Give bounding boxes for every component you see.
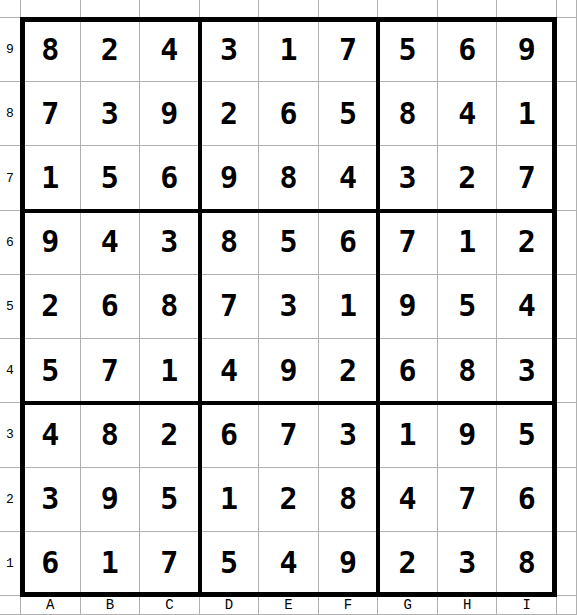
cell-H4[interactable]: 8 [438,339,498,403]
cell-C9[interactable]: 4 [140,18,200,82]
cell-B8[interactable]: 3 [81,82,141,146]
margin-cell [557,275,577,339]
cell-D1[interactable]: 5 [200,532,260,596]
cell-A9[interactable]: 8 [21,18,81,82]
cell-H3[interactable]: 9 [438,403,498,467]
col-label-C: C [140,596,200,615]
margin-cell [81,0,141,18]
cell-F1[interactable]: 9 [319,532,379,596]
col-label-H: H [438,596,498,615]
margin-cell [557,468,577,532]
col-label-I: I [497,596,557,615]
cell-I9[interactable]: 9 [497,18,557,82]
margin-cell [557,146,577,210]
cell-D2[interactable]: 1 [200,468,260,532]
margin-cell [557,403,577,467]
cell-B7[interactable]: 5 [81,146,141,210]
margin-cell [438,0,498,18]
margin-cell [0,0,21,18]
cell-A2[interactable]: 3 [21,468,81,532]
col-label-B: B [81,596,141,615]
cell-B6[interactable]: 4 [81,211,141,275]
margin-cell [557,596,577,615]
cell-A7[interactable]: 1 [21,146,81,210]
cell-B4[interactable]: 7 [81,339,141,403]
row-label-7: 7 [0,146,21,210]
row-label-9: 9 [0,18,21,82]
cell-H2[interactable]: 7 [438,468,498,532]
cell-G8[interactable]: 8 [378,82,438,146]
row-label-5: 5 [0,275,21,339]
cell-F9[interactable]: 7 [319,18,379,82]
margin-cell [140,0,200,18]
margin-cell [557,18,577,82]
cell-H7[interactable]: 2 [438,146,498,210]
cell-G5[interactable]: 9 [378,275,438,339]
cell-D9[interactable]: 3 [200,18,260,82]
cell-G4[interactable]: 6 [378,339,438,403]
cell-D4[interactable]: 4 [200,339,260,403]
margin-cell [259,0,319,18]
cell-I6[interactable]: 2 [497,211,557,275]
cell-E1[interactable]: 4 [259,532,319,596]
cell-G3[interactable]: 1 [378,403,438,467]
cell-G7[interactable]: 3 [378,146,438,210]
cell-G9[interactable]: 5 [378,18,438,82]
cell-F2[interactable]: 8 [319,468,379,532]
margin-cell [319,0,379,18]
cell-F8[interactable]: 5 [319,82,379,146]
cell-C5[interactable]: 8 [140,275,200,339]
cell-F5[interactable]: 1 [319,275,379,339]
cell-E4[interactable]: 9 [259,339,319,403]
cell-D3[interactable]: 6 [200,403,260,467]
cell-D6[interactable]: 8 [200,211,260,275]
cell-E7[interactable]: 8 [259,146,319,210]
cell-H1[interactable]: 3 [438,532,498,596]
cell-I2[interactable]: 6 [497,468,557,532]
margin-cell [378,0,438,18]
cell-B9[interactable]: 2 [81,18,141,82]
cell-B3[interactable]: 8 [81,403,141,467]
cell-A8[interactable]: 7 [21,82,81,146]
cell-I1[interactable]: 8 [497,532,557,596]
cell-I5[interactable]: 4 [497,275,557,339]
cell-C1[interactable]: 7 [140,532,200,596]
margin-cell [557,82,577,146]
cell-A1[interactable]: 6 [21,532,81,596]
margin-cell [557,339,577,403]
cell-C3[interactable]: 2 [140,403,200,467]
cell-C2[interactable]: 5 [140,468,200,532]
cell-G2[interactable]: 4 [378,468,438,532]
col-label-A: A [21,596,81,615]
margin-cell [497,0,557,18]
cell-A4[interactable]: 5 [21,339,81,403]
cell-I7[interactable]: 7 [497,146,557,210]
cell-G6[interactable]: 7 [378,211,438,275]
cell-C7[interactable]: 6 [140,146,200,210]
cell-E2[interactable]: 2 [259,468,319,532]
cell-A6[interactable]: 9 [21,211,81,275]
row-label-3: 3 [0,403,21,467]
sudoku-board-screen: 9824317569873926584171569843276943856712… [0,0,577,615]
col-label-G: G [378,596,438,615]
margin-cell [0,596,21,615]
cell-B5[interactable]: 6 [81,275,141,339]
row-label-2: 2 [0,468,21,532]
cell-H8[interactable]: 4 [438,82,498,146]
cell-A3[interactable]: 4 [21,403,81,467]
cell-A5[interactable]: 2 [21,275,81,339]
margin-cell [200,0,260,18]
cell-B2[interactable]: 9 [81,468,141,532]
cell-D5[interactable]: 7 [200,275,260,339]
cell-E3[interactable]: 7 [259,403,319,467]
cell-E5[interactable]: 3 [259,275,319,339]
cell-H9[interactable]: 6 [438,18,498,82]
cell-E9[interactable]: 1 [259,18,319,82]
row-label-6: 6 [0,211,21,275]
cell-E6[interactable]: 5 [259,211,319,275]
row-label-1: 1 [0,532,21,596]
margin-cell [557,0,577,18]
cell-D8[interactable]: 2 [200,82,260,146]
cell-F6[interactable]: 6 [319,211,379,275]
margin-cell [21,0,81,18]
cell-B1[interactable]: 1 [81,532,141,596]
margin-cell [557,211,577,275]
row-label-4: 4 [0,339,21,403]
col-label-E: E [259,596,319,615]
cell-F7[interactable]: 4 [319,146,379,210]
cell-I4[interactable]: 3 [497,339,557,403]
col-label-F: F [319,596,379,615]
cell-E8[interactable]: 6 [259,82,319,146]
cell-I3[interactable]: 5 [497,403,557,467]
cell-F4[interactable]: 2 [319,339,379,403]
cell-H5[interactable]: 5 [438,275,498,339]
sudoku-grid: 9824317569873926584171569843276943856712… [0,0,577,615]
margin-cell [557,532,577,596]
cell-F3[interactable]: 3 [319,403,379,467]
cell-C6[interactable]: 3 [140,211,200,275]
cell-H6[interactable]: 1 [438,211,498,275]
cell-C4[interactable]: 1 [140,339,200,403]
cell-I8[interactable]: 1 [497,82,557,146]
cell-G1[interactable]: 2 [378,532,438,596]
cell-D7[interactable]: 9 [200,146,260,210]
col-label-D: D [200,596,260,615]
row-label-8: 8 [0,82,21,146]
cell-C8[interactable]: 9 [140,82,200,146]
